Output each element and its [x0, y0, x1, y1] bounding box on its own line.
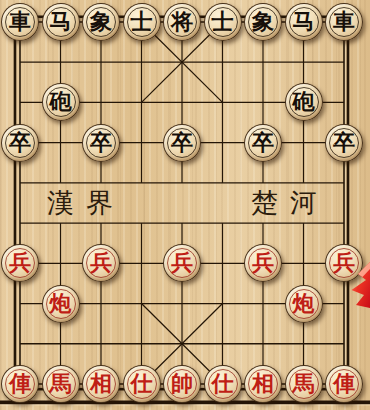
xiangqi-board: 漢界 楚河 車马象士将士象马車砲砲卒卒卒卒卒兵兵兵兵兵炮炮俥馬相仕帥仕相馬俥	[0, 0, 370, 410]
piece-character: 卒	[9, 131, 31, 153]
piece-character: 卒	[333, 131, 355, 153]
piece-red-相[interactable]: 相	[244, 365, 282, 403]
piece-character: 卒	[252, 131, 274, 153]
piece-black-象[interactable]: 象	[244, 3, 282, 41]
piece-character: 卒	[90, 131, 112, 153]
piece-black-卒[interactable]: 卒	[244, 124, 282, 162]
piece-character: 将	[171, 10, 193, 32]
piece-character: 車	[333, 10, 355, 32]
river-label-han-jie: 漢界	[47, 188, 125, 220]
piece-black-車[interactable]: 車	[325, 3, 363, 41]
piece-red-俥[interactable]: 俥	[1, 365, 39, 403]
piece-red-炮[interactable]: 炮	[42, 285, 80, 323]
piece-black-将[interactable]: 将	[163, 3, 201, 41]
piece-red-仕[interactable]: 仕	[204, 365, 242, 403]
piece-character: 仕	[131, 372, 153, 394]
piece-red-俥[interactable]: 俥	[325, 365, 363, 403]
piece-character: 兵	[90, 251, 112, 273]
piece-character: 相	[90, 372, 112, 394]
piece-character: 兵	[252, 251, 274, 273]
piece-character: 士	[131, 10, 153, 32]
piece-character: 帥	[171, 372, 193, 394]
piece-black-卒[interactable]: 卒	[163, 124, 201, 162]
piece-character: 砲	[293, 90, 315, 112]
piece-black-象[interactable]: 象	[82, 3, 120, 41]
piece-character: 象	[90, 10, 112, 32]
piece-character: 马	[50, 10, 72, 32]
piece-character: 馬	[293, 372, 315, 394]
piece-black-卒[interactable]: 卒	[325, 124, 363, 162]
piece-character: 砲	[50, 90, 72, 112]
piece-black-士[interactable]: 士	[123, 3, 161, 41]
red-arrow-cursor[interactable]	[349, 258, 370, 310]
piece-character: 相	[252, 372, 274, 394]
piece-character: 炮	[293, 292, 315, 314]
piece-red-炮[interactable]: 炮	[285, 285, 323, 323]
piece-character: 車	[9, 10, 31, 32]
piece-red-馬[interactable]: 馬	[285, 365, 323, 403]
piece-black-砲[interactable]: 砲	[42, 83, 80, 121]
piece-character: 卒	[171, 131, 193, 153]
piece-character: 兵	[171, 251, 193, 273]
piece-red-馬[interactable]: 馬	[42, 365, 80, 403]
piece-character: 兵	[9, 251, 31, 273]
piece-character: 士	[212, 10, 234, 32]
piece-character: 俥	[9, 372, 31, 394]
piece-black-马[interactable]: 马	[285, 3, 323, 41]
piece-character: 馬	[50, 372, 72, 394]
piece-character: 炮	[50, 292, 72, 314]
piece-black-車[interactable]: 車	[1, 3, 39, 41]
piece-character: 马	[293, 10, 315, 32]
piece-black-马[interactable]: 马	[42, 3, 80, 41]
piece-red-帥[interactable]: 帥	[163, 365, 201, 403]
piece-black-士[interactable]: 士	[204, 3, 242, 41]
piece-red-相[interactable]: 相	[82, 365, 120, 403]
piece-character: 俥	[333, 372, 355, 394]
river-label-chu-he: 楚河	[251, 188, 329, 220]
piece-black-卒[interactable]: 卒	[1, 124, 39, 162]
piece-character: 仕	[212, 372, 234, 394]
piece-red-仕[interactable]: 仕	[123, 365, 161, 403]
piece-black-砲[interactable]: 砲	[285, 83, 323, 121]
piece-character: 象	[252, 10, 274, 32]
piece-black-卒[interactable]: 卒	[82, 124, 120, 162]
